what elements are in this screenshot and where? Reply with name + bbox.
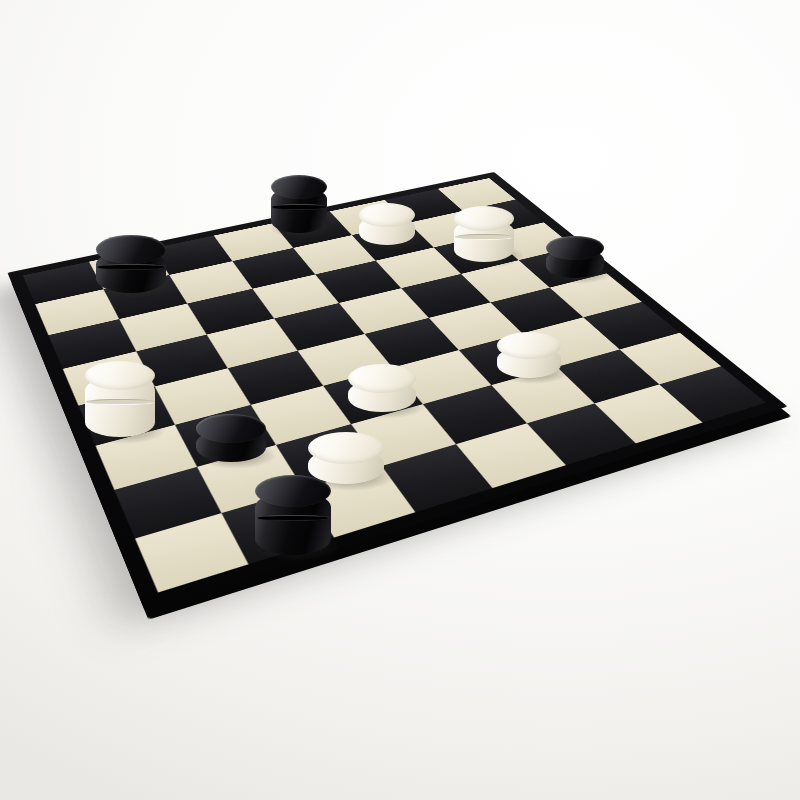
white-king-piece[interactable] [454, 206, 514, 262]
stacked-disc-seam [455, 234, 513, 240]
stacked-disc-seam [257, 515, 330, 521]
white-man-piece[interactable] [497, 332, 561, 378]
black-king-piece[interactable] [96, 235, 166, 293]
black-king-piece[interactable] [271, 175, 327, 233]
piece-top [271, 175, 327, 199]
piece-top [348, 364, 416, 393]
black-man-piece[interactable] [546, 236, 604, 278]
piece-top [196, 414, 266, 443]
white-king-piece[interactable] [85, 361, 155, 437]
white-man-piece[interactable] [359, 203, 415, 245]
photo-scene [0, 0, 800, 800]
piece-top [96, 235, 166, 264]
piece-top [546, 236, 604, 260]
white-man-piece[interactable] [348, 364, 416, 412]
stacked-disc-seam [86, 399, 153, 405]
piece-top [255, 475, 331, 507]
black-man-piece[interactable] [196, 414, 266, 462]
piece-top [85, 361, 155, 390]
stacked-disc-seam [272, 204, 326, 210]
black-king-piece[interactable] [255, 475, 331, 555]
stacked-disc-seam [97, 264, 164, 270]
piece-top [359, 203, 415, 227]
piece-top [308, 432, 384, 464]
piece-top [454, 206, 514, 231]
piece-top [497, 332, 561, 359]
